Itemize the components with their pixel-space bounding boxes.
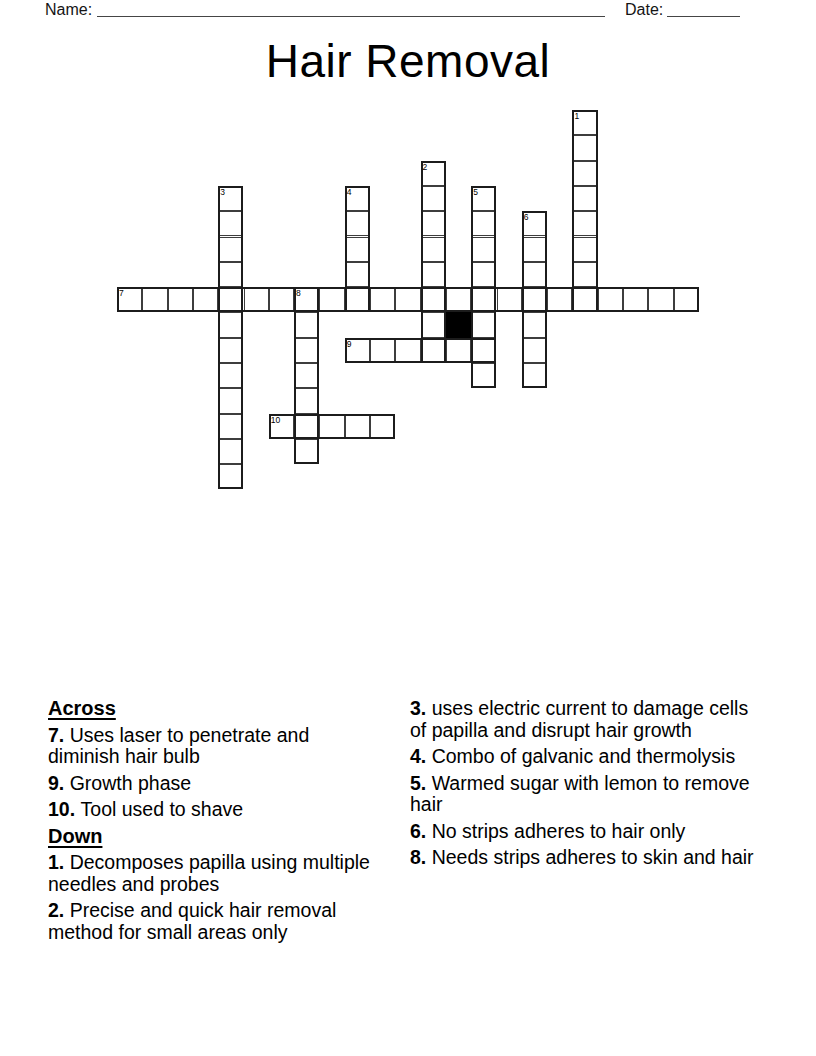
grid-cell[interactable]	[370, 338, 395, 363]
grid-cell[interactable]	[421, 186, 446, 211]
name-blank-line[interactable]	[97, 0, 605, 17]
grid-cell[interactable]	[471, 312, 496, 337]
clues-right-column: 3. uses electric current to damage cells…	[410, 698, 764, 874]
clue-7-across: 7. Uses laser to penetrate and diminish …	[48, 725, 385, 768]
grid-cell[interactable]	[421, 312, 446, 337]
grid-cell[interactable]	[294, 312, 319, 337]
down-heading: Down	[48, 826, 385, 848]
grid-cell[interactable]	[294, 363, 319, 388]
grid-cell[interactable]	[421, 237, 446, 262]
grid-cell[interactable]	[572, 161, 597, 186]
black-cell	[446, 312, 471, 337]
grid-cell[interactable]	[294, 439, 319, 464]
clue-2-down: 2. Precise and quick hair removal method…	[48, 900, 385, 943]
grid-cell[interactable]	[395, 287, 420, 312]
cell-number-7: 7	[119, 289, 124, 298]
grid-cell[interactable]	[572, 135, 597, 160]
grid-cell[interactable]	[218, 464, 243, 489]
grid-cell[interactable]	[522, 363, 547, 388]
grid-cell[interactable]	[598, 287, 623, 312]
grid-cell[interactable]	[218, 312, 243, 337]
across-heading: Across	[48, 698, 385, 720]
grid-cell[interactable]	[572, 186, 597, 211]
grid-cell[interactable]	[345, 237, 370, 262]
grid-cell[interactable]	[218, 211, 243, 236]
grid-cell[interactable]	[345, 262, 370, 287]
grid-cell[interactable]	[294, 414, 319, 439]
grid-cell[interactable]	[421, 287, 446, 312]
grid-cell[interactable]	[674, 287, 699, 312]
clue-5-down: 5. Warmed sugar with lemon to remove hai…	[410, 773, 764, 816]
grid-cell[interactable]	[244, 287, 269, 312]
grid-cell[interactable]	[572, 262, 597, 287]
grid-cell[interactable]	[572, 287, 597, 312]
cell-number-8: 8	[296, 289, 301, 298]
grid-cell[interactable]	[193, 287, 218, 312]
clue-6-down: 6. No strips adheres to hair only	[410, 821, 764, 843]
grid-cell[interactable]	[269, 287, 294, 312]
grid-cell[interactable]	[345, 211, 370, 236]
grid-cell[interactable]	[471, 338, 496, 363]
grid-cell[interactable]	[547, 287, 572, 312]
clue-8-down: 8. Needs strips adheres to skin and hair	[410, 847, 764, 869]
grid-cell[interactable]	[471, 237, 496, 262]
cell-number-9: 9	[347, 340, 352, 349]
cell-number-5: 5	[473, 188, 478, 197]
grid-cell[interactable]	[345, 287, 370, 312]
grid-cell[interactable]	[572, 237, 597, 262]
grid-cell[interactable]	[142, 287, 167, 312]
grid-cell[interactable]	[471, 262, 496, 287]
grid-cell[interactable]	[168, 287, 193, 312]
grid-cell[interactable]	[319, 287, 344, 312]
grid-cell[interactable]	[648, 287, 673, 312]
grid-cell[interactable]	[497, 287, 522, 312]
grid-cell[interactable]	[522, 262, 547, 287]
grid-cell[interactable]	[218, 237, 243, 262]
cell-number-6: 6	[524, 213, 529, 222]
grid-cell[interactable]	[522, 338, 547, 363]
grid-cell[interactable]	[522, 287, 547, 312]
clue-4-down: 4. Combo of galvanic and thermolysis	[410, 746, 764, 768]
clue-1-down: 1. Decomposes papilla using multiple nee…	[48, 852, 385, 895]
grid-cell[interactable]	[471, 287, 496, 312]
puzzle-title: Hair Removal	[0, 34, 816, 88]
date-label: Date:	[625, 1, 663, 19]
grid-cell[interactable]	[421, 338, 446, 363]
grid-cell[interactable]	[421, 211, 446, 236]
grid-cell[interactable]	[446, 287, 471, 312]
grid-cell[interactable]	[218, 338, 243, 363]
grid-cell[interactable]	[370, 287, 395, 312]
cell-number-3: 3	[220, 188, 225, 197]
grid-cell[interactable]	[421, 262, 446, 287]
grid-cell[interactable]	[319, 414, 344, 439]
crossword-grid: 12345678910	[117, 110, 700, 491]
grid-cell[interactable]	[623, 287, 648, 312]
clue-9-across: 9. Growth phase	[48, 773, 385, 795]
clue-3-down: 3. uses electric current to damage cells…	[410, 698, 764, 741]
grid-cell[interactable]	[446, 338, 471, 363]
cell-number-10: 10	[271, 416, 280, 425]
grid-cell[interactable]	[522, 237, 547, 262]
grid-cell[interactable]	[218, 262, 243, 287]
grid-cell[interactable]	[572, 211, 597, 236]
cell-number-1: 1	[574, 112, 579, 121]
grid-cell[interactable]	[294, 388, 319, 413]
grid-cell[interactable]	[370, 414, 395, 439]
clue-10-across: 10. Tool used to shave	[48, 799, 385, 821]
grid-cell[interactable]	[395, 338, 420, 363]
grid-cell[interactable]	[294, 338, 319, 363]
grid-cell[interactable]	[345, 414, 370, 439]
grid-cell[interactable]	[218, 388, 243, 413]
grid-cell[interactable]	[218, 287, 243, 312]
grid-cell[interactable]	[218, 363, 243, 388]
clues-left-column: Across7. Uses laser to penetrate and dim…	[48, 698, 385, 948]
grid-cell[interactable]	[218, 439, 243, 464]
cell-number-2: 2	[423, 163, 428, 172]
grid-cell[interactable]	[522, 312, 547, 337]
cell-number-4: 4	[347, 188, 352, 197]
worksheet-page: Name: Date: Hair Removal 12345678910 Acr…	[0, 0, 816, 1056]
grid-cell[interactable]	[218, 414, 243, 439]
name-label: Name:	[45, 1, 92, 19]
date-blank-line[interactable]	[667, 0, 740, 17]
grid-cell[interactable]	[471, 211, 496, 236]
grid-cell[interactable]	[471, 363, 496, 388]
